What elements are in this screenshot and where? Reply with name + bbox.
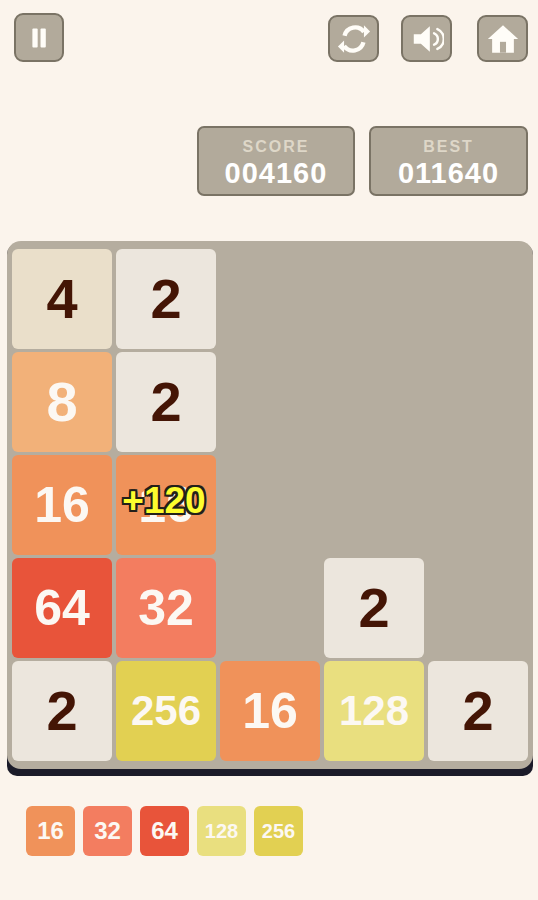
floating-score: +120 — [106, 483, 222, 519]
tile-16: 16 — [12, 455, 112, 555]
game-board: 42821616643222256161282 +120 — [7, 241, 533, 769]
legend-tile-256: 256 — [254, 806, 303, 856]
tile-64: 64 — [12, 558, 112, 658]
legend-tile-64: 64 — [140, 806, 189, 856]
tile-legend: 163264128256 — [26, 806, 303, 856]
tile-32: 32 — [116, 558, 216, 658]
legend-tile-128: 128 — [197, 806, 246, 856]
tile-128: 128 — [324, 661, 424, 761]
board-grid[interactable]: 42821616643222256161282 — [7, 241, 533, 769]
tile-2: 2 — [324, 558, 424, 658]
home-icon — [486, 22, 520, 56]
restart-button[interactable] — [328, 15, 379, 62]
refresh-icon — [337, 22, 371, 56]
best-panel: BEST 011640 — [369, 126, 528, 196]
score-label: SCORE — [199, 138, 353, 156]
tile-256: 256 — [116, 661, 216, 761]
legend-tile-32: 32 — [83, 806, 132, 856]
tile-2: 2 — [116, 249, 216, 349]
best-value: 011640 — [371, 157, 526, 190]
speaker-icon — [410, 22, 444, 56]
tile-2: 2 — [12, 661, 112, 761]
score-value: 004160 — [199, 157, 353, 190]
tile-2: 2 — [428, 661, 528, 761]
tile-8: 8 — [12, 352, 112, 452]
tile-16: 16 — [220, 661, 320, 761]
best-label: BEST — [371, 138, 526, 156]
legend-tile-16: 16 — [26, 806, 75, 856]
tile-2: 2 — [116, 352, 216, 452]
sound-button[interactable] — [401, 15, 452, 62]
pause-button[interactable] — [14, 13, 64, 62]
score-panel: SCORE 004160 — [197, 126, 355, 196]
pause-icon — [22, 21, 56, 55]
tile-4: 4 — [12, 249, 112, 349]
home-button[interactable] — [477, 15, 528, 62]
